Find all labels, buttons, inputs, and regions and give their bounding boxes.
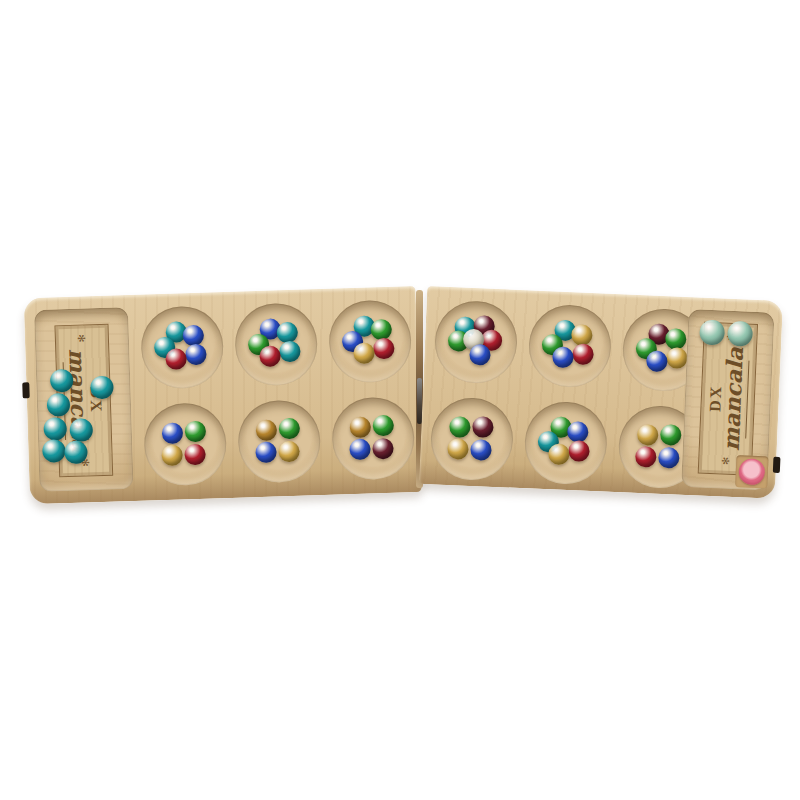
pit-bottom-4[interactable] xyxy=(429,396,514,481)
bead-green xyxy=(372,414,394,436)
bead-red xyxy=(373,337,395,359)
bead-green xyxy=(449,416,471,438)
left-clasp xyxy=(22,382,29,398)
brand-label-right: ✻ DX mancala ✻ xyxy=(698,322,758,476)
bead-blue xyxy=(185,343,207,365)
pit-top-5[interactable] xyxy=(527,303,612,388)
pit-top-1[interactable] xyxy=(140,305,225,390)
bead-gold xyxy=(161,444,183,466)
bead-blue xyxy=(552,346,574,368)
bead-blue xyxy=(470,439,492,461)
bead-gold xyxy=(278,440,300,462)
bead-red xyxy=(184,443,206,465)
mancala-board: ✻ DX mancala ✻ ✻ DX mancala xyxy=(20,278,784,513)
bead-blue xyxy=(566,421,588,443)
bead-teal xyxy=(279,340,301,362)
bead-red xyxy=(572,343,594,365)
pit-top-3[interactable] xyxy=(328,299,413,384)
bead-green xyxy=(184,420,206,442)
bead-blue xyxy=(645,350,667,372)
bead-blue xyxy=(349,438,371,460)
bead-blue xyxy=(182,324,204,346)
left-half-pits xyxy=(138,293,418,493)
bead-green xyxy=(370,318,392,340)
board-right-half: ✻ DX mancala ✻ xyxy=(419,286,783,499)
bead-gold xyxy=(666,347,688,369)
bead-blue xyxy=(255,441,277,463)
bead-maroon xyxy=(472,416,494,438)
bead-gold xyxy=(570,324,592,346)
bead-red xyxy=(259,345,281,367)
bead-gold xyxy=(547,443,569,465)
bead-gold xyxy=(353,342,375,364)
bead-green xyxy=(664,328,686,350)
ornament-icon: ✻ xyxy=(720,456,731,465)
bead-blue xyxy=(657,446,679,468)
pit-bottom-5[interactable] xyxy=(523,400,608,485)
right-clasp xyxy=(773,457,781,473)
pit-top-2[interactable] xyxy=(234,302,319,387)
bead-green xyxy=(659,423,681,445)
bead-green xyxy=(278,417,300,439)
left-store: ✻ DX mancala ✻ xyxy=(34,307,134,492)
pit-bottom-2[interactable] xyxy=(237,399,322,484)
bead-amber xyxy=(349,416,371,438)
right-store: ✻ DX mancala ✻ xyxy=(681,309,774,490)
pit-top-4[interactable] xyxy=(433,299,518,384)
bead-teal xyxy=(276,321,298,343)
bead-maroon xyxy=(372,437,394,459)
bead-amber xyxy=(255,419,277,441)
pit-bottom-1[interactable] xyxy=(143,402,228,487)
bead-red xyxy=(568,440,590,462)
board-left-half: ✻ DX mancala ✻ xyxy=(24,286,422,504)
bead-red xyxy=(165,348,187,370)
ornament-icon: ✻ xyxy=(76,334,87,343)
right-half-pits xyxy=(427,293,709,495)
bead-blue xyxy=(469,343,491,365)
bead-red xyxy=(634,445,656,467)
bead-gold xyxy=(447,438,469,460)
bead-blue xyxy=(161,422,183,444)
bead-gold xyxy=(636,423,658,445)
brand-mancala-text: mancala xyxy=(720,347,746,452)
pit-bottom-3[interactable] xyxy=(331,396,416,481)
